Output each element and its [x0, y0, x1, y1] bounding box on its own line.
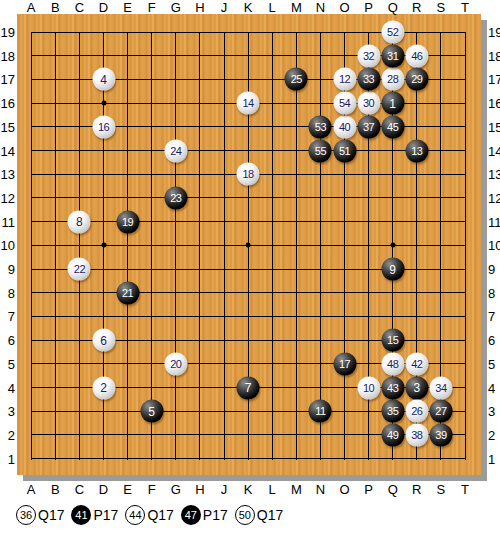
stone-black-3: 3 [405, 376, 428, 399]
caption-stone-icon-47: 47 [181, 505, 201, 525]
stone-black-53: 53 [309, 115, 332, 138]
caption-move-41: 41P17 [71, 505, 118, 525]
stone-black-43: 43 [381, 376, 404, 399]
stone-white-32: 32 [357, 44, 380, 67]
col-label-bottom-H: H [195, 482, 204, 497]
grid-line [127, 32, 128, 460]
row-label-left-16: 16 [0, 96, 15, 111]
star-point-D10 [101, 243, 106, 248]
stone-black-45: 45 [381, 115, 404, 138]
col-label-top-Q: Q [388, 0, 398, 15]
row-label-left-9: 9 [0, 262, 15, 277]
stone-black-35: 35 [381, 400, 404, 423]
stone-black-1: 1 [381, 92, 404, 115]
stone-white-40: 40 [333, 115, 356, 138]
grid-line [31, 32, 32, 460]
stone-black-21: 21 [116, 281, 139, 304]
row-label-left-10: 10 [0, 238, 15, 253]
col-label-top-B: B [51, 0, 60, 15]
row-label-left-6: 6 [0, 333, 15, 348]
col-label-bottom-S: S [437, 482, 446, 497]
col-label-top-F: F [148, 0, 156, 15]
stone-black-11: 11 [309, 400, 332, 423]
stone-black-5: 5 [140, 400, 163, 423]
stone-black-23: 23 [164, 186, 187, 209]
row-label-right-14: 14 [488, 143, 500, 158]
col-label-top-D: D [99, 0, 108, 15]
star-point-K10 [246, 243, 251, 248]
caption-point-label: P17 [203, 507, 228, 523]
stone-black-55: 55 [309, 139, 332, 162]
stone-black-51: 51 [333, 139, 356, 162]
row-label-right-2: 2 [488, 427, 500, 442]
caption-point-label: Q17 [147, 507, 173, 523]
caption-point-label: P17 [93, 507, 118, 523]
grid-line [296, 32, 297, 460]
star-point-Q10 [390, 243, 395, 248]
col-label-bottom-C: C [75, 482, 84, 497]
caption-move-47: 47P17 [181, 505, 228, 525]
col-label-bottom-K: K [244, 482, 253, 497]
stone-white-10: 10 [357, 376, 380, 399]
col-label-bottom-J: J [221, 482, 228, 497]
row-label-right-18: 18 [488, 48, 500, 63]
row-label-left-17: 17 [0, 72, 15, 87]
stone-black-33: 33 [357, 68, 380, 91]
grid-line [79, 32, 80, 460]
row-label-left-19: 19 [0, 25, 15, 40]
col-label-top-E: E [123, 0, 132, 15]
stone-white-38: 38 [405, 423, 428, 446]
col-label-top-G: G [171, 0, 181, 15]
stone-black-13: 13 [405, 139, 428, 162]
row-label-left-15: 15 [0, 119, 15, 134]
row-label-left-14: 14 [0, 143, 15, 158]
row-label-left-8: 8 [0, 285, 15, 300]
col-label-top-O: O [339, 0, 349, 15]
stone-black-31: 31 [381, 44, 404, 67]
col-label-bottom-B: B [51, 482, 60, 497]
col-label-top-S: S [437, 0, 446, 15]
caption-move-44: 44Q17 [125, 505, 173, 525]
col-label-top-C: C [75, 0, 84, 15]
stone-black-19: 19 [116, 210, 139, 233]
row-label-right-4: 4 [488, 380, 500, 395]
stone-black-25: 25 [285, 68, 308, 91]
row-label-left-2: 2 [0, 427, 15, 442]
stone-black-7: 7 [237, 376, 260, 399]
stone-white-46: 46 [405, 44, 428, 67]
grid-line [465, 32, 466, 460]
caption-move-36: 36Q17 [16, 505, 64, 525]
stone-white-28: 28 [381, 68, 404, 91]
grid-line [272, 32, 273, 460]
col-label-top-R: R [412, 0, 421, 15]
col-label-bottom-F: F [148, 482, 156, 497]
col-label-bottom-R: R [412, 482, 421, 497]
caption-point-label: Q17 [38, 507, 64, 523]
row-label-left-12: 12 [0, 190, 15, 205]
stone-black-27: 27 [429, 400, 452, 423]
col-label-bottom-P: P [364, 482, 373, 497]
stone-black-29: 29 [405, 68, 428, 91]
stone-white-2: 2 [92, 376, 115, 399]
grid-line [31, 292, 466, 293]
row-label-right-1: 1 [488, 451, 500, 466]
col-label-top-A: A [27, 0, 36, 15]
star-point-D16 [101, 101, 106, 106]
col-label-bottom-D: D [99, 482, 108, 497]
grid-line [55, 32, 56, 460]
col-label-bottom-A: A [27, 482, 36, 497]
row-label-right-10: 10 [488, 238, 500, 253]
col-label-top-P: P [364, 0, 373, 15]
col-label-top-T: T [461, 0, 469, 15]
row-label-left-7: 7 [0, 309, 15, 324]
col-label-top-L: L [269, 0, 276, 15]
col-label-bottom-T: T [461, 482, 469, 497]
stone-white-16: 16 [92, 115, 115, 138]
col-label-bottom-E: E [123, 482, 132, 497]
stone-white-52: 52 [381, 21, 404, 44]
row-label-right-6: 6 [488, 333, 500, 348]
stone-white-18: 18 [237, 163, 260, 186]
col-label-top-J: J [221, 0, 228, 15]
row-label-left-3: 3 [0, 404, 15, 419]
row-label-right-9: 9 [488, 262, 500, 277]
row-label-left-5: 5 [0, 356, 15, 371]
stone-white-26: 26 [405, 400, 428, 423]
row-label-right-13: 13 [488, 167, 500, 182]
row-label-right-16: 16 [488, 96, 500, 111]
stone-white-22: 22 [68, 258, 91, 281]
row-label-right-19: 19 [488, 25, 500, 40]
row-label-right-12: 12 [488, 190, 500, 205]
stone-white-42: 42 [405, 352, 428, 375]
col-label-bottom-G: G [171, 482, 181, 497]
stone-white-24: 24 [164, 139, 187, 162]
stone-white-34: 34 [429, 376, 452, 399]
stone-black-37: 37 [357, 115, 380, 138]
grid-line [320, 32, 321, 460]
row-label-left-4: 4 [0, 380, 15, 395]
stone-white-14: 14 [237, 92, 260, 115]
grid-line [175, 32, 176, 460]
stone-black-39: 39 [429, 423, 452, 446]
caption-stone-icon-50: 50 [235, 505, 255, 525]
go-diagram: 36Q1741P1744Q1747P1750Q17 AABBCCDDEEFFGG… [0, 0, 500, 537]
row-label-left-11: 11 [0, 214, 15, 229]
caption-point-label: Q17 [257, 507, 283, 523]
stone-black-49: 49 [381, 423, 404, 446]
row-label-right-11: 11 [488, 214, 500, 229]
col-label-bottom-L: L [269, 482, 276, 497]
grid-line [31, 458, 466, 459]
row-label-right-8: 8 [488, 285, 500, 300]
col-label-bottom-O: O [339, 482, 349, 497]
stone-black-17: 17 [333, 352, 356, 375]
col-label-top-M: M [291, 0, 302, 15]
row-label-right-15: 15 [488, 119, 500, 134]
stone-white-12: 12 [333, 68, 356, 91]
grid-line [31, 316, 466, 317]
caption-stone-icon-44: 44 [125, 505, 145, 525]
grid-line [199, 32, 200, 460]
stone-white-30: 30 [357, 92, 380, 115]
col-label-top-H: H [195, 0, 204, 15]
caption-move-list: 36Q1741P1744Q1747P1750Q17 [16, 503, 290, 527]
grid-line [151, 32, 152, 460]
row-label-right-7: 7 [488, 309, 500, 324]
stone-white-48: 48 [381, 352, 404, 375]
stone-black-9: 9 [381, 258, 404, 281]
stone-white-8: 8 [68, 210, 91, 233]
caption-stone-icon-36: 36 [16, 505, 36, 525]
col-label-top-K: K [244, 0, 253, 15]
row-label-right-3: 3 [488, 404, 500, 419]
caption-move-50: 50Q17 [235, 505, 283, 525]
grid-line [224, 32, 225, 460]
stone-white-20: 20 [164, 352, 187, 375]
col-label-top-N: N [316, 0, 325, 15]
row-label-right-5: 5 [488, 356, 500, 371]
col-label-bottom-N: N [316, 482, 325, 497]
row-label-left-1: 1 [0, 451, 15, 466]
col-label-bottom-M: M [291, 482, 302, 497]
stone-white-54: 54 [333, 92, 356, 115]
row-label-left-13: 13 [0, 167, 15, 182]
stone-white-4: 4 [92, 68, 115, 91]
col-label-bottom-Q: Q [388, 482, 398, 497]
caption-stone-icon-41: 41 [71, 505, 91, 525]
stone-white-6: 6 [92, 329, 115, 352]
row-label-left-18: 18 [0, 48, 15, 63]
row-label-right-17: 17 [488, 72, 500, 87]
stone-black-15: 15 [381, 329, 404, 352]
